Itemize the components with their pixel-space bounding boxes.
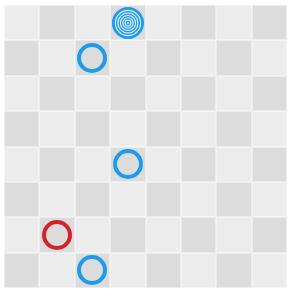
square-r0c1[interactable] <box>39 5 74 40</box>
square-r1c5[interactable] <box>181 40 216 75</box>
square-r7c2[interactable] <box>75 253 110 288</box>
square-r7c0[interactable] <box>4 253 39 288</box>
square-r0c6[interactable] <box>216 5 251 40</box>
square-r3c4[interactable] <box>146 111 181 146</box>
square-r6c2[interactable] <box>75 217 110 252</box>
square-r5c2[interactable] <box>75 182 110 217</box>
square-r5c6[interactable] <box>216 182 251 217</box>
square-r5c5[interactable] <box>181 182 216 217</box>
square-r4c7[interactable] <box>252 147 287 182</box>
square-r1c7[interactable] <box>252 40 287 75</box>
square-r4c4[interactable] <box>146 147 181 182</box>
red-ring-piece[interactable] <box>42 220 72 250</box>
square-r4c5[interactable] <box>181 147 216 182</box>
square-r1c6[interactable] <box>216 40 251 75</box>
square-r5c4[interactable] <box>146 182 181 217</box>
square-r0c0[interactable] <box>4 5 39 40</box>
square-r6c4[interactable] <box>146 217 181 252</box>
square-r2c2[interactable] <box>75 76 110 111</box>
square-r1c3[interactable] <box>110 40 145 75</box>
square-r0c3[interactable] <box>110 5 145 40</box>
square-r0c7[interactable] <box>252 5 287 40</box>
square-r0c4[interactable] <box>146 5 181 40</box>
game-stage <box>0 0 291 300</box>
square-r4c3[interactable] <box>110 147 145 182</box>
square-r6c1[interactable] <box>39 217 74 252</box>
square-r2c0[interactable] <box>4 76 39 111</box>
square-r5c7[interactable] <box>252 182 287 217</box>
square-r2c5[interactable] <box>181 76 216 111</box>
square-r4c0[interactable] <box>4 147 39 182</box>
square-r4c2[interactable] <box>75 147 110 182</box>
square-r6c7[interactable] <box>252 217 287 252</box>
board <box>4 5 287 288</box>
square-r7c7[interactable] <box>252 253 287 288</box>
square-r7c1[interactable] <box>39 253 74 288</box>
square-r1c1[interactable] <box>39 40 74 75</box>
square-r6c0[interactable] <box>4 217 39 252</box>
square-r3c1[interactable] <box>39 111 74 146</box>
square-r2c7[interactable] <box>252 76 287 111</box>
square-r1c4[interactable] <box>146 40 181 75</box>
square-r0c2[interactable] <box>75 5 110 40</box>
square-r2c3[interactable] <box>110 76 145 111</box>
square-r3c5[interactable] <box>181 111 216 146</box>
blue-ring-piece[interactable] <box>113 149 143 179</box>
blue-ring-piece[interactable] <box>77 43 107 73</box>
square-r7c6[interactable] <box>216 253 251 288</box>
square-r6c3[interactable] <box>110 217 145 252</box>
square-r7c5[interactable] <box>181 253 216 288</box>
blue-concentric-rings-piece[interactable] <box>111 6 145 40</box>
square-r1c0[interactable] <box>4 40 39 75</box>
square-r5c3[interactable] <box>110 182 145 217</box>
square-r2c1[interactable] <box>39 76 74 111</box>
square-r3c7[interactable] <box>252 111 287 146</box>
square-r5c0[interactable] <box>4 182 39 217</box>
square-r3c0[interactable] <box>4 111 39 146</box>
square-r3c3[interactable] <box>110 111 145 146</box>
square-r2c6[interactable] <box>216 76 251 111</box>
square-r7c4[interactable] <box>146 253 181 288</box>
square-r4c1[interactable] <box>39 147 74 182</box>
blue-ring-piece[interactable] <box>77 255 107 285</box>
square-r7c3[interactable] <box>110 253 145 288</box>
square-r1c2[interactable] <box>75 40 110 75</box>
square-r5c1[interactable] <box>39 182 74 217</box>
square-r2c4[interactable] <box>146 76 181 111</box>
square-r6c5[interactable] <box>181 217 216 252</box>
square-r3c2[interactable] <box>75 111 110 146</box>
square-r6c6[interactable] <box>216 217 251 252</box>
square-r4c6[interactable] <box>216 147 251 182</box>
square-r0c5[interactable] <box>181 5 216 40</box>
square-r3c6[interactable] <box>216 111 251 146</box>
